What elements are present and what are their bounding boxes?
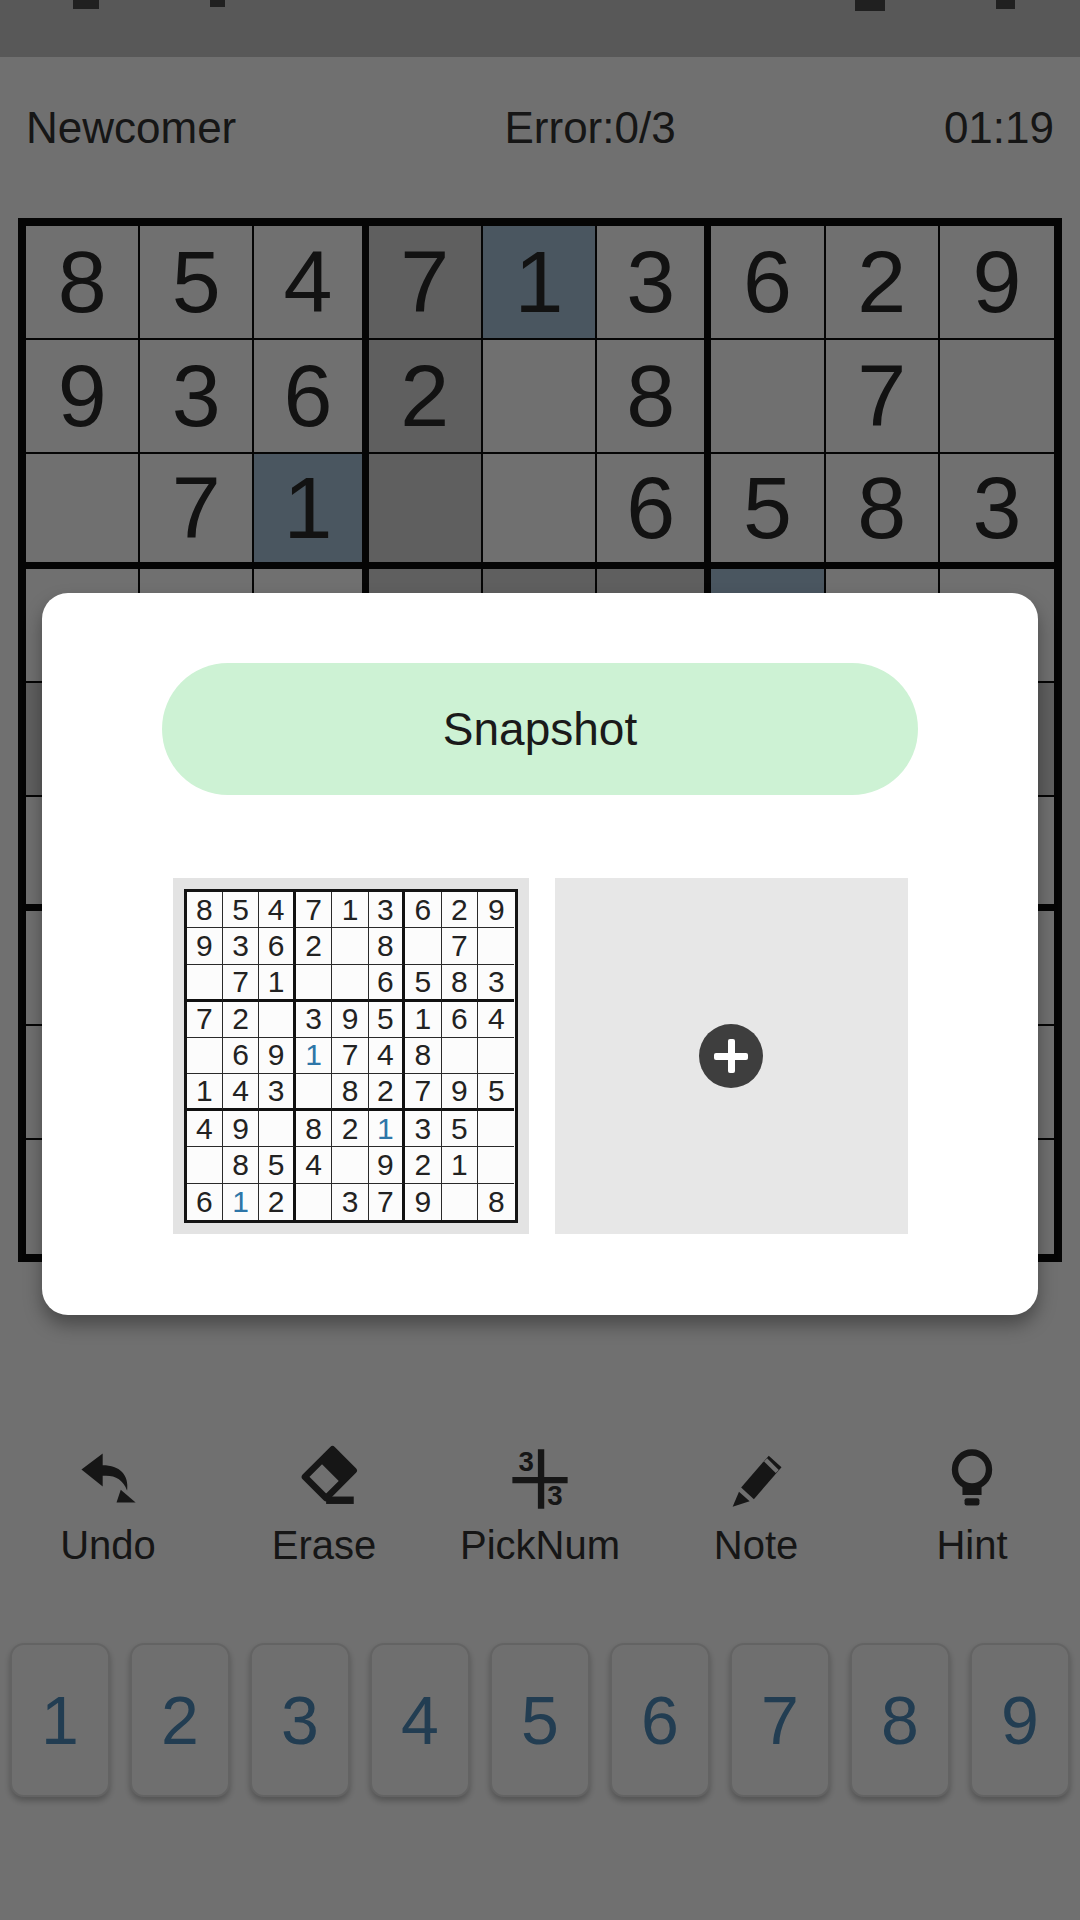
snapshot-cell: 7 bbox=[369, 1184, 405, 1220]
snapshot-cell: 2 bbox=[259, 1184, 295, 1220]
snapshot-cell: 3 bbox=[223, 928, 259, 964]
snapshot-cell: 5 bbox=[223, 892, 259, 928]
snapshot-cell bbox=[187, 1038, 223, 1074]
snapshot-cell: 5 bbox=[259, 1147, 295, 1183]
snapshot-cell: 8 bbox=[405, 1038, 441, 1074]
snapshot-cell: 4 bbox=[478, 1002, 514, 1038]
snapshot-cell bbox=[332, 928, 368, 964]
snapshot-cell: 2 bbox=[369, 1074, 405, 1111]
snapshot-cell: 7 bbox=[187, 1002, 223, 1038]
snapshot-cell: 6 bbox=[369, 965, 405, 1002]
snapshot-cell: 7 bbox=[332, 1038, 368, 1074]
snapshot-cell: 1 bbox=[187, 1074, 223, 1111]
snapshot-cell: 3 bbox=[332, 1184, 368, 1220]
add-snapshot-panel[interactable] bbox=[555, 878, 908, 1234]
snapshot-cell bbox=[259, 1111, 295, 1147]
snapshot-cell: 8 bbox=[478, 1184, 514, 1220]
snapshot-cell bbox=[259, 1002, 295, 1038]
snapshot-cell: 2 bbox=[223, 1002, 259, 1038]
snapshot-cell: 9 bbox=[442, 1074, 478, 1111]
snapshot-cell: 9 bbox=[332, 1002, 368, 1038]
snapshot-cell: 3 bbox=[369, 892, 405, 928]
snapshot-cell: 1 bbox=[223, 1184, 259, 1220]
snapshot-cell: 1 bbox=[332, 892, 368, 928]
snapshot-cell: 7 bbox=[296, 892, 332, 928]
snapshot-thumbnail[interactable]: 8547136299362877165837239516469174814382… bbox=[173, 878, 529, 1234]
snapshot-cell: 7 bbox=[223, 965, 259, 1002]
snapshot-cell: 5 bbox=[369, 1002, 405, 1038]
snapshot-cell: 3 bbox=[405, 1111, 441, 1147]
snapshot-cell: 6 bbox=[442, 1002, 478, 1038]
snapshot-cell: 5 bbox=[478, 1074, 514, 1111]
snapshot-cell bbox=[478, 1038, 514, 1074]
snapshot-cell bbox=[405, 928, 441, 964]
snapshot-cell: 4 bbox=[259, 892, 295, 928]
snapshot-cell: 9 bbox=[223, 1111, 259, 1147]
snapshot-cell: 9 bbox=[187, 928, 223, 964]
snapshot-content-row: 8547136299362877165837239516469174814382… bbox=[42, 878, 1038, 1234]
snapshot-cell: 6 bbox=[187, 1184, 223, 1220]
snapshot-cell: 9 bbox=[478, 892, 514, 928]
snapshot-cell: 6 bbox=[223, 1038, 259, 1074]
snapshot-cell bbox=[478, 1111, 514, 1147]
snapshot-cell: 8 bbox=[369, 928, 405, 964]
snapshot-cell bbox=[187, 1147, 223, 1183]
snapshot-cell bbox=[478, 1147, 514, 1183]
snapshot-cell: 8 bbox=[332, 1074, 368, 1111]
snapshot-cell: 5 bbox=[405, 965, 441, 1002]
snapshot-cell: 4 bbox=[369, 1038, 405, 1074]
snapshot-cell: 7 bbox=[442, 928, 478, 964]
snapshot-cell: 4 bbox=[296, 1147, 332, 1183]
snapshot-cell: 6 bbox=[259, 928, 295, 964]
snapshot-cell: 2 bbox=[442, 892, 478, 928]
snapshot-cell: 4 bbox=[223, 1074, 259, 1111]
snapshot-cell bbox=[332, 965, 368, 1002]
snapshot-cell: 1 bbox=[405, 1002, 441, 1038]
snapshot-cell: 9 bbox=[405, 1184, 441, 1220]
snapshot-cell: 4 bbox=[187, 1111, 223, 1147]
snapshot-title-button[interactable]: Snapshot bbox=[162, 663, 918, 795]
snapshot-cell: 8 bbox=[296, 1111, 332, 1147]
snapshot-title: Snapshot bbox=[443, 702, 637, 756]
snapshot-board: 8547136299362877165837239516469174814382… bbox=[184, 889, 518, 1223]
snapshot-cell: 3 bbox=[296, 1002, 332, 1038]
snapshot-cell bbox=[296, 1074, 332, 1111]
snapshot-cell: 1 bbox=[259, 965, 295, 1002]
plus-icon[interactable] bbox=[699, 1024, 763, 1088]
snapshot-cell: 9 bbox=[259, 1038, 295, 1074]
snapshot-cell: 1 bbox=[442, 1147, 478, 1183]
snapshot-cell: 1 bbox=[369, 1111, 405, 1147]
snapshot-cell: 3 bbox=[259, 1074, 295, 1111]
snapshot-cell bbox=[442, 1184, 478, 1220]
snapshot-cell bbox=[296, 965, 332, 1002]
snapshot-cell: 8 bbox=[442, 965, 478, 1002]
snapshot-cell: 5 bbox=[442, 1111, 478, 1147]
snapshot-cell bbox=[478, 928, 514, 964]
snapshot-cell bbox=[442, 1038, 478, 1074]
snapshot-cell: 1 bbox=[296, 1038, 332, 1074]
snapshot-cell: 7 bbox=[405, 1074, 441, 1111]
snapshot-cell: 2 bbox=[405, 1147, 441, 1183]
snapshot-dialog: Snapshot 8547136299362877165837239516469… bbox=[42, 593, 1038, 1315]
snapshot-cell: 8 bbox=[223, 1147, 259, 1183]
snapshot-cell: 9 bbox=[369, 1147, 405, 1183]
snapshot-cell: 6 bbox=[405, 892, 441, 928]
snapshot-cell bbox=[332, 1147, 368, 1183]
snapshot-cell: 2 bbox=[296, 928, 332, 964]
snapshot-cell bbox=[187, 965, 223, 1002]
snapshot-cell: 8 bbox=[187, 892, 223, 928]
snapshot-cell bbox=[296, 1184, 332, 1220]
snapshot-cell: 2 bbox=[332, 1111, 368, 1147]
snapshot-cell: 3 bbox=[478, 965, 514, 1002]
